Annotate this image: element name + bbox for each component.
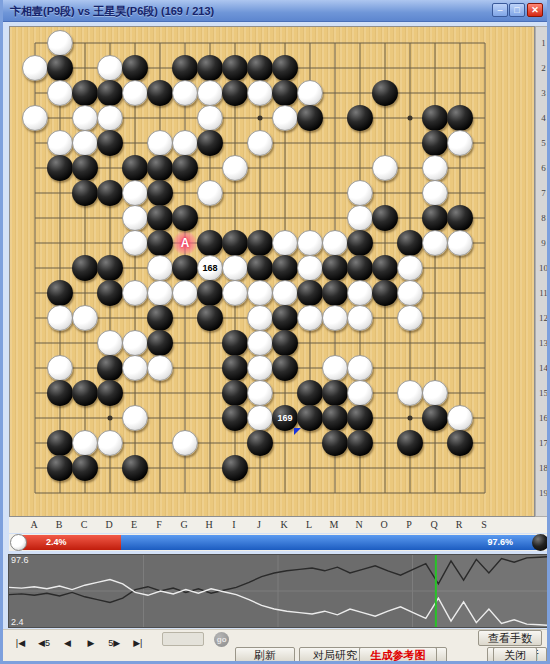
- stone-white-R9[interactable]: [447, 230, 473, 256]
- stone-black-I9[interactable]: [222, 230, 248, 256]
- go-button[interactable]: go: [214, 632, 229, 647]
- row-label-3: 3: [536, 88, 550, 98]
- stone-black-K3[interactable]: [272, 80, 298, 106]
- stone-black-B6[interactable]: [47, 155, 73, 181]
- stone-black-E18[interactable]: [122, 455, 148, 481]
- stone-black-N10[interactable]: [347, 255, 373, 281]
- stone-black-J17[interactable]: [247, 430, 273, 456]
- stone-white-J11[interactable]: [247, 280, 273, 306]
- stone-white-R5[interactable]: [447, 130, 473, 156]
- row-label-1: 1: [536, 38, 550, 48]
- refresh-button[interactable]: 刷新: [235, 647, 295, 663]
- stone-white-C5[interactable]: [72, 130, 98, 156]
- stone-white-J13[interactable]: [247, 330, 273, 356]
- row-label-16: 16: [536, 413, 550, 423]
- stone-black-O8[interactable]: [372, 205, 398, 231]
- stone-black-K16[interactable]: [272, 405, 298, 431]
- stone-black-O11[interactable]: [372, 280, 398, 306]
- stone-white-G3[interactable]: [172, 80, 198, 106]
- column-label-S: S: [474, 519, 494, 530]
- stone-white-E8[interactable]: [122, 205, 148, 231]
- stone-black-J9[interactable]: [247, 230, 273, 256]
- winrate-graph[interactable]: 97.6 2.4: [8, 554, 548, 628]
- stone-white-K9[interactable]: [272, 230, 298, 256]
- stone-white-J16[interactable]: [247, 405, 273, 431]
- stone-black-O3[interactable]: [372, 80, 398, 106]
- maximize-button[interactable]: □: [509, 3, 525, 17]
- stone-white-K11[interactable]: [272, 280, 298, 306]
- column-label-B: B: [49, 519, 69, 530]
- stone-black-R17[interactable]: [447, 430, 473, 456]
- stone-black-B18[interactable]: [47, 455, 73, 481]
- stone-black-C7[interactable]: [72, 180, 98, 206]
- stone-black-Q16[interactable]: [422, 405, 448, 431]
- row-label-15: 15: [536, 388, 550, 398]
- stone-black-I14[interactable]: [222, 355, 248, 381]
- column-label-R: R: [449, 519, 469, 530]
- column-label-C: C: [74, 519, 94, 530]
- stone-white-R16[interactable]: [447, 405, 473, 431]
- column-label-L: L: [299, 519, 319, 530]
- forward-1-button[interactable]: ▶: [81, 636, 100, 650]
- stone-white-H7[interactable]: [197, 180, 223, 206]
- back-1-button[interactable]: ◀: [58, 636, 77, 650]
- stone-white-C17[interactable]: [72, 430, 98, 456]
- stone-black-G6[interactable]: [172, 155, 198, 181]
- column-coordinates: ABCDEFGHIJKLMNOPQRS: [9, 517, 550, 533]
- column-label-A: A: [24, 519, 44, 530]
- column-label-D: D: [99, 519, 119, 530]
- stone-black-M10[interactable]: [322, 255, 348, 281]
- control-panel: |◀ ◀5 ◀ ▶ 5▶ ▶| go 查看手数 刷新 对局研究 重新研讨 生成参…: [3, 629, 547, 664]
- stone-white-I10[interactable]: [222, 255, 248, 281]
- generate-reference-button[interactable]: 生成参考图: [359, 647, 437, 663]
- row-label-10: 10: [536, 263, 550, 273]
- stone-white-Q7[interactable]: [422, 180, 448, 206]
- column-label-E: E: [124, 519, 144, 530]
- column-label-Q: Q: [424, 519, 444, 530]
- stone-white-G11[interactable]: [172, 280, 198, 306]
- stone-white-B14[interactable]: [47, 355, 73, 381]
- black-stone-icon: [532, 534, 549, 551]
- row-label-5: 5: [536, 138, 550, 148]
- column-label-P: P: [399, 519, 419, 530]
- stone-white-L10[interactable]: [297, 255, 323, 281]
- stone-black-D14[interactable]: [97, 355, 123, 381]
- stone-black-D15[interactable]: [97, 380, 123, 406]
- stone-black-J10[interactable]: [247, 255, 273, 281]
- stone-white-J14[interactable]: [247, 355, 273, 381]
- stone-white-B5[interactable]: [47, 130, 73, 156]
- stone-black-D10[interactable]: [97, 255, 123, 281]
- app-window: 卞相壹(P9段) vs 王星昊(P6段) (169 / 213) – □ ✕ A…: [0, 0, 550, 664]
- stone-black-F7[interactable]: [147, 180, 173, 206]
- stone-white-F5[interactable]: [147, 130, 173, 156]
- stone-black-F8[interactable]: [147, 205, 173, 231]
- stone-black-H11[interactable]: [197, 280, 223, 306]
- stone-white-F10[interactable]: [147, 255, 173, 281]
- stone-black-K2[interactable]: [272, 55, 298, 81]
- stone-white-A2[interactable]: [22, 55, 48, 81]
- stone-black-H5[interactable]: [197, 130, 223, 156]
- row-label-11: 11: [536, 288, 550, 298]
- stone-white-N14[interactable]: [347, 355, 373, 381]
- stone-white-D17[interactable]: [97, 430, 123, 456]
- stone-black-G8[interactable]: [172, 205, 198, 231]
- stone-black-I18[interactable]: [222, 455, 248, 481]
- stone-black-N9[interactable]: [347, 230, 373, 256]
- stone-white-M14[interactable]: [322, 355, 348, 381]
- row-label-2: 2: [536, 63, 550, 73]
- stone-black-E6[interactable]: [122, 155, 148, 181]
- stone-black-I16[interactable]: [222, 405, 248, 431]
- stone-white-H3[interactable]: [197, 80, 223, 106]
- close-button[interactable]: ✕: [527, 3, 543, 17]
- minimize-button[interactable]: –: [492, 3, 508, 17]
- stone-white-N15[interactable]: [347, 380, 373, 406]
- stone-black-L11[interactable]: [297, 280, 323, 306]
- stone-black-P9[interactable]: [397, 230, 423, 256]
- column-label-I: I: [224, 519, 244, 530]
- stone-black-R4[interactable]: [447, 105, 473, 131]
- column-label-H: H: [199, 519, 219, 530]
- column-label-F: F: [149, 519, 169, 530]
- black-winrate-segment: 97.6%: [121, 535, 539, 550]
- stone-white-B12[interactable]: [47, 305, 73, 331]
- column-label-N: N: [349, 519, 369, 530]
- stone-black-L15[interactable]: [297, 380, 323, 406]
- stone-white-E13[interactable]: [122, 330, 148, 356]
- stone-white-M9[interactable]: [322, 230, 348, 256]
- stone-white-Q9[interactable]: [422, 230, 448, 256]
- stone-black-Q5[interactable]: [422, 130, 448, 156]
- stone-black-J2[interactable]: [247, 55, 273, 81]
- stone-black-Q4[interactable]: [422, 105, 448, 131]
- stone-black-F12[interactable]: [147, 305, 173, 331]
- stone-white-I11[interactable]: [222, 280, 248, 306]
- stone-white-C12[interactable]: [72, 305, 98, 331]
- stone-white-D13[interactable]: [97, 330, 123, 356]
- column-label-K: K: [274, 519, 294, 530]
- row-label-13: 13: [536, 338, 550, 348]
- column-label-J: J: [249, 519, 269, 530]
- stone-black-C18[interactable]: [72, 455, 98, 481]
- stone-black-D3[interactable]: [97, 80, 123, 106]
- stone-black-N16[interactable]: [347, 405, 373, 431]
- stone-white-J3[interactable]: [247, 80, 273, 106]
- stone-white-E14[interactable]: [122, 355, 148, 381]
- stone-white-H10[interactable]: [197, 255, 223, 281]
- stone-black-F6[interactable]: [147, 155, 173, 181]
- stone-black-M17[interactable]: [322, 430, 348, 456]
- stone-black-Q8[interactable]: [422, 205, 448, 231]
- stone-white-N11[interactable]: [347, 280, 373, 306]
- column-label-O: O: [374, 519, 394, 530]
- stone-black-I15[interactable]: [222, 380, 248, 406]
- column-label-M: M: [324, 519, 344, 530]
- stone-black-L4[interactable]: [297, 105, 323, 131]
- go-board[interactable]: A168169: [9, 26, 535, 517]
- stone-black-E2[interactable]: [122, 55, 148, 81]
- row-label-4: 4: [536, 113, 550, 123]
- stone-black-C6[interactable]: [72, 155, 98, 181]
- stone-white-P12[interactable]: [397, 305, 423, 331]
- stone-black-D11[interactable]: [97, 280, 123, 306]
- stone-black-K12[interactable]: [272, 305, 298, 331]
- stone-white-J5[interactable]: [247, 130, 273, 156]
- stone-white-F11[interactable]: [147, 280, 173, 306]
- row-label-14: 14: [536, 363, 550, 373]
- stone-black-G10[interactable]: [172, 255, 198, 281]
- stone-white-E16[interactable]: [122, 405, 148, 431]
- stone-white-A4[interactable]: [22, 105, 48, 131]
- stone-white-G17[interactable]: [172, 430, 198, 456]
- stone-black-K10[interactable]: [272, 255, 298, 281]
- stone-white-N8[interactable]: [347, 205, 373, 231]
- forward-5-button[interactable]: 5▶: [105, 636, 124, 650]
- stone-white-J12[interactable]: [247, 305, 273, 331]
- winrate-graph-svg: [9, 555, 547, 627]
- stone-black-F9[interactable]: [147, 230, 173, 256]
- stone-white-P10[interactable]: [397, 255, 423, 281]
- stone-black-I13[interactable]: [222, 330, 248, 356]
- window-title: 卞相壹(P9段) vs 王星昊(P6段) (169 / 213): [10, 4, 214, 19]
- stone-black-K14[interactable]: [272, 355, 298, 381]
- stone-white-E9[interactable]: [122, 230, 148, 256]
- stone-white-M12[interactable]: [322, 305, 348, 331]
- stone-black-F3[interactable]: [147, 80, 173, 106]
- stone-black-B15[interactable]: [47, 380, 73, 406]
- stone-white-O6[interactable]: [372, 155, 398, 181]
- stone-white-E3[interactable]: [122, 80, 148, 106]
- row-label-17: 17: [536, 438, 550, 448]
- stone-white-G5[interactable]: [172, 130, 198, 156]
- stone-white-D4[interactable]: [97, 105, 123, 131]
- stone-white-F14[interactable]: [147, 355, 173, 381]
- white-winrate-segment: 2.4%: [18, 535, 121, 550]
- stone-white-N7[interactable]: [347, 180, 373, 206]
- view-moves-button[interactable]: 查看手数: [478, 630, 542, 646]
- stone-white-L12[interactable]: [297, 305, 323, 331]
- column-label-G: G: [174, 519, 194, 530]
- stone-white-P15[interactable]: [397, 380, 423, 406]
- stone-black-B2[interactable]: [47, 55, 73, 81]
- white-stone-icon: [10, 534, 27, 551]
- stone-black-M16[interactable]: [322, 405, 348, 431]
- last-move-button[interactable]: ▶|: [128, 636, 147, 650]
- first-move-button[interactable]: |◀: [11, 636, 30, 650]
- row-label-9: 9: [536, 238, 550, 248]
- stone-white-I6[interactable]: [222, 155, 248, 181]
- row-label-8: 8: [536, 213, 550, 223]
- row-label-6: 6: [536, 163, 550, 173]
- move-number-input[interactable]: [162, 632, 204, 646]
- stone-white-J15[interactable]: [247, 380, 273, 406]
- stone-white-Q6[interactable]: [422, 155, 448, 181]
- stone-black-R8[interactable]: [447, 205, 473, 231]
- stone-black-C3[interactable]: [72, 80, 98, 106]
- stone-black-C10[interactable]: [72, 255, 98, 281]
- stone-black-D5[interactable]: [97, 130, 123, 156]
- stone-black-H9[interactable]: [197, 230, 223, 256]
- winrate-bar: 2.4% 97.6%: [9, 534, 550, 551]
- stone-white-D2[interactable]: [97, 55, 123, 81]
- stone-white-E11[interactable]: [122, 280, 148, 306]
- stone-white-K4[interactable]: [272, 105, 298, 131]
- row-label-18: 18: [536, 463, 550, 473]
- stone-black-K13[interactable]: [272, 330, 298, 356]
- stone-white-P11[interactable]: [397, 280, 423, 306]
- stone-white-B1[interactable]: [47, 30, 73, 56]
- stone-black-L16[interactable]: [297, 405, 323, 431]
- stone-white-L3[interactable]: [297, 80, 323, 106]
- back-5-button[interactable]: ◀5: [34, 636, 53, 650]
- stone-black-B11[interactable]: [47, 280, 73, 306]
- move-navigation: |◀ ◀5 ◀ ▶ 5▶ ▶| go: [11, 632, 229, 647]
- stone-black-C15[interactable]: [72, 380, 98, 406]
- stone-black-G2[interactable]: [172, 55, 198, 81]
- row-label-12: 12: [536, 313, 550, 323]
- stone-black-D7[interactable]: [97, 180, 123, 206]
- stone-black-H2[interactable]: [197, 55, 223, 81]
- row-label-19: 19: [536, 488, 550, 498]
- stone-black-H12[interactable]: [197, 305, 223, 331]
- stone-black-F13[interactable]: [147, 330, 173, 356]
- stone-white-Q15[interactable]: [422, 380, 448, 406]
- stone-white-B3[interactable]: [47, 80, 73, 106]
- stone-white-C4[interactable]: [72, 105, 98, 131]
- stone-black-N4[interactable]: [347, 105, 373, 131]
- title-bar[interactable]: 卞相壹(P9段) vs 王星昊(P6段) (169 / 213) – □ ✕: [3, 0, 547, 22]
- stone-white-E7[interactable]: [122, 180, 148, 206]
- stone-black-I2[interactable]: [222, 55, 248, 81]
- stone-black-I3[interactable]: [222, 80, 248, 106]
- stone-black-B17[interactable]: [47, 430, 73, 456]
- stone-black-P17[interactable]: [397, 430, 423, 456]
- stone-white-H4[interactable]: [197, 105, 223, 131]
- stone-white-L9[interactable]: [297, 230, 323, 256]
- stone-black-M15[interactable]: [322, 380, 348, 406]
- close-game-button[interactable]: 关闭: [493, 647, 537, 663]
- row-coordinates: 12345678910111213141516171819: [535, 26, 550, 517]
- stone-white-N12[interactable]: [347, 305, 373, 331]
- stone-black-M11[interactable]: [322, 280, 348, 306]
- stone-black-N17[interactable]: [347, 430, 373, 456]
- stone-black-O10[interactable]: [372, 255, 398, 281]
- row-label-7: 7: [536, 188, 550, 198]
